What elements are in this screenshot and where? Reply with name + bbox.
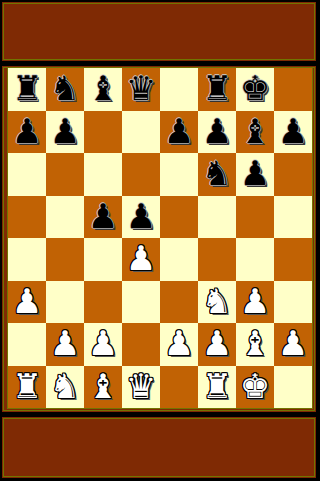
square-f5[interactable] <box>198 196 236 239</box>
square-h4[interactable] <box>274 238 312 281</box>
square-c1[interactable]: ♝ <box>84 366 122 409</box>
square-f3[interactable]: ♞ <box>198 281 236 324</box>
square-a8[interactable]: ♜ <box>8 68 46 111</box>
black-pawn[interactable]: ♟ <box>126 199 156 233</box>
square-b5[interactable] <box>46 196 84 239</box>
square-f4[interactable] <box>198 238 236 281</box>
black-pawn[interactable]: ♟ <box>12 114 42 148</box>
square-a7[interactable]: ♟ <box>8 111 46 154</box>
black-rook[interactable]: ♜ <box>12 71 42 105</box>
square-b7[interactable]: ♟ <box>46 111 84 154</box>
chess-app-window: ♜♞♝♛♜♚♟♟♟♟♝♟♞♟♟♟♟♟♞♟♟♟♟♟♝♟♜♞♝♛♜♚ <box>0 0 320 481</box>
square-f8[interactable]: ♜ <box>198 68 236 111</box>
square-g1[interactable]: ♚ <box>236 366 274 409</box>
white-pawn[interactable]: ♟ <box>240 284 270 318</box>
square-d8[interactable]: ♛ <box>122 68 160 111</box>
black-knight[interactable]: ♞ <box>202 156 232 190</box>
square-d7[interactable] <box>122 111 160 154</box>
black-pawn[interactable]: ♟ <box>88 199 118 233</box>
square-h3[interactable] <box>274 281 312 324</box>
square-b6[interactable] <box>46 153 84 196</box>
white-queen[interactable]: ♛ <box>126 369 156 403</box>
square-d6[interactable] <box>122 153 160 196</box>
square-h8[interactable] <box>274 68 312 111</box>
square-e2[interactable]: ♟ <box>160 323 198 366</box>
square-c2[interactable]: ♟ <box>84 323 122 366</box>
white-rook[interactable]: ♜ <box>12 369 42 403</box>
black-pawn[interactable]: ♟ <box>202 114 232 148</box>
square-g3[interactable]: ♟ <box>236 281 274 324</box>
square-h2[interactable]: ♟ <box>274 323 312 366</box>
square-c6[interactable] <box>84 153 122 196</box>
square-g7[interactable]: ♝ <box>236 111 274 154</box>
square-a2[interactable] <box>8 323 46 366</box>
black-rook[interactable]: ♜ <box>202 71 232 105</box>
square-e8[interactable] <box>160 68 198 111</box>
white-pawn[interactable]: ♟ <box>12 284 42 318</box>
white-king[interactable]: ♚ <box>240 369 270 403</box>
square-a5[interactable] <box>8 196 46 239</box>
black-bishop[interactable]: ♝ <box>240 114 270 148</box>
square-b4[interactable] <box>46 238 84 281</box>
white-pawn[interactable]: ♟ <box>278 326 308 360</box>
square-e1[interactable] <box>160 366 198 409</box>
square-d3[interactable] <box>122 281 160 324</box>
square-f1[interactable]: ♜ <box>198 366 236 409</box>
square-a1[interactable]: ♜ <box>8 366 46 409</box>
square-c7[interactable] <box>84 111 122 154</box>
square-g6[interactable]: ♟ <box>236 153 274 196</box>
square-e3[interactable] <box>160 281 198 324</box>
square-a6[interactable] <box>8 153 46 196</box>
square-a4[interactable] <box>8 238 46 281</box>
square-f7[interactable]: ♟ <box>198 111 236 154</box>
square-g2[interactable]: ♝ <box>236 323 274 366</box>
white-pawn[interactable]: ♟ <box>126 241 156 275</box>
square-g4[interactable] <box>236 238 274 281</box>
black-pawn[interactable]: ♟ <box>278 114 308 148</box>
black-pawn[interactable]: ♟ <box>50 114 80 148</box>
square-f6[interactable]: ♞ <box>198 153 236 196</box>
square-d2[interactable] <box>122 323 160 366</box>
black-queen[interactable]: ♛ <box>126 71 156 105</box>
square-b8[interactable]: ♞ <box>46 68 84 111</box>
square-b2[interactable]: ♟ <box>46 323 84 366</box>
black-pawn[interactable]: ♟ <box>240 156 270 190</box>
white-knight[interactable]: ♞ <box>202 284 232 318</box>
black-king[interactable]: ♚ <box>240 71 270 105</box>
square-g5[interactable] <box>236 196 274 239</box>
square-b3[interactable] <box>46 281 84 324</box>
black-bishop[interactable]: ♝ <box>88 71 118 105</box>
white-bishop[interactable]: ♝ <box>240 326 270 360</box>
square-c3[interactable] <box>84 281 122 324</box>
white-pawn[interactable]: ♟ <box>50 326 80 360</box>
square-h1[interactable] <box>274 366 312 409</box>
bottom-panel <box>2 417 316 478</box>
square-e5[interactable] <box>160 196 198 239</box>
bottom-panel-area <box>3 418 315 477</box>
square-c5[interactable]: ♟ <box>84 196 122 239</box>
top-panel-area <box>3 3 315 60</box>
square-e7[interactable]: ♟ <box>160 111 198 154</box>
square-a3[interactable]: ♟ <box>8 281 46 324</box>
square-h6[interactable] <box>274 153 312 196</box>
top-panel <box>2 2 316 61</box>
white-knight[interactable]: ♞ <box>50 369 80 403</box>
square-c4[interactable] <box>84 238 122 281</box>
square-d5[interactable]: ♟ <box>122 196 160 239</box>
square-g8[interactable]: ♚ <box>236 68 274 111</box>
chess-board: ♜♞♝♛♜♚♟♟♟♟♝♟♞♟♟♟♟♟♞♟♟♟♟♟♝♟♜♞♝♛♜♚ <box>7 67 313 409</box>
square-e4[interactable] <box>160 238 198 281</box>
square-c8[interactable]: ♝ <box>84 68 122 111</box>
square-f2[interactable]: ♟ <box>198 323 236 366</box>
square-h7[interactable]: ♟ <box>274 111 312 154</box>
white-rook[interactable]: ♜ <box>202 369 232 403</box>
white-pawn[interactable]: ♟ <box>202 326 232 360</box>
white-pawn[interactable]: ♟ <box>164 326 194 360</box>
square-h5[interactable] <box>274 196 312 239</box>
square-e6[interactable] <box>160 153 198 196</box>
black-pawn[interactable]: ♟ <box>164 114 194 148</box>
square-d4[interactable]: ♟ <box>122 238 160 281</box>
black-knight[interactable]: ♞ <box>50 71 80 105</box>
square-b1[interactable]: ♞ <box>46 366 84 409</box>
square-d1[interactable]: ♛ <box>122 366 160 409</box>
white-pawn[interactable]: ♟ <box>88 326 118 360</box>
white-bishop[interactable]: ♝ <box>88 369 118 403</box>
